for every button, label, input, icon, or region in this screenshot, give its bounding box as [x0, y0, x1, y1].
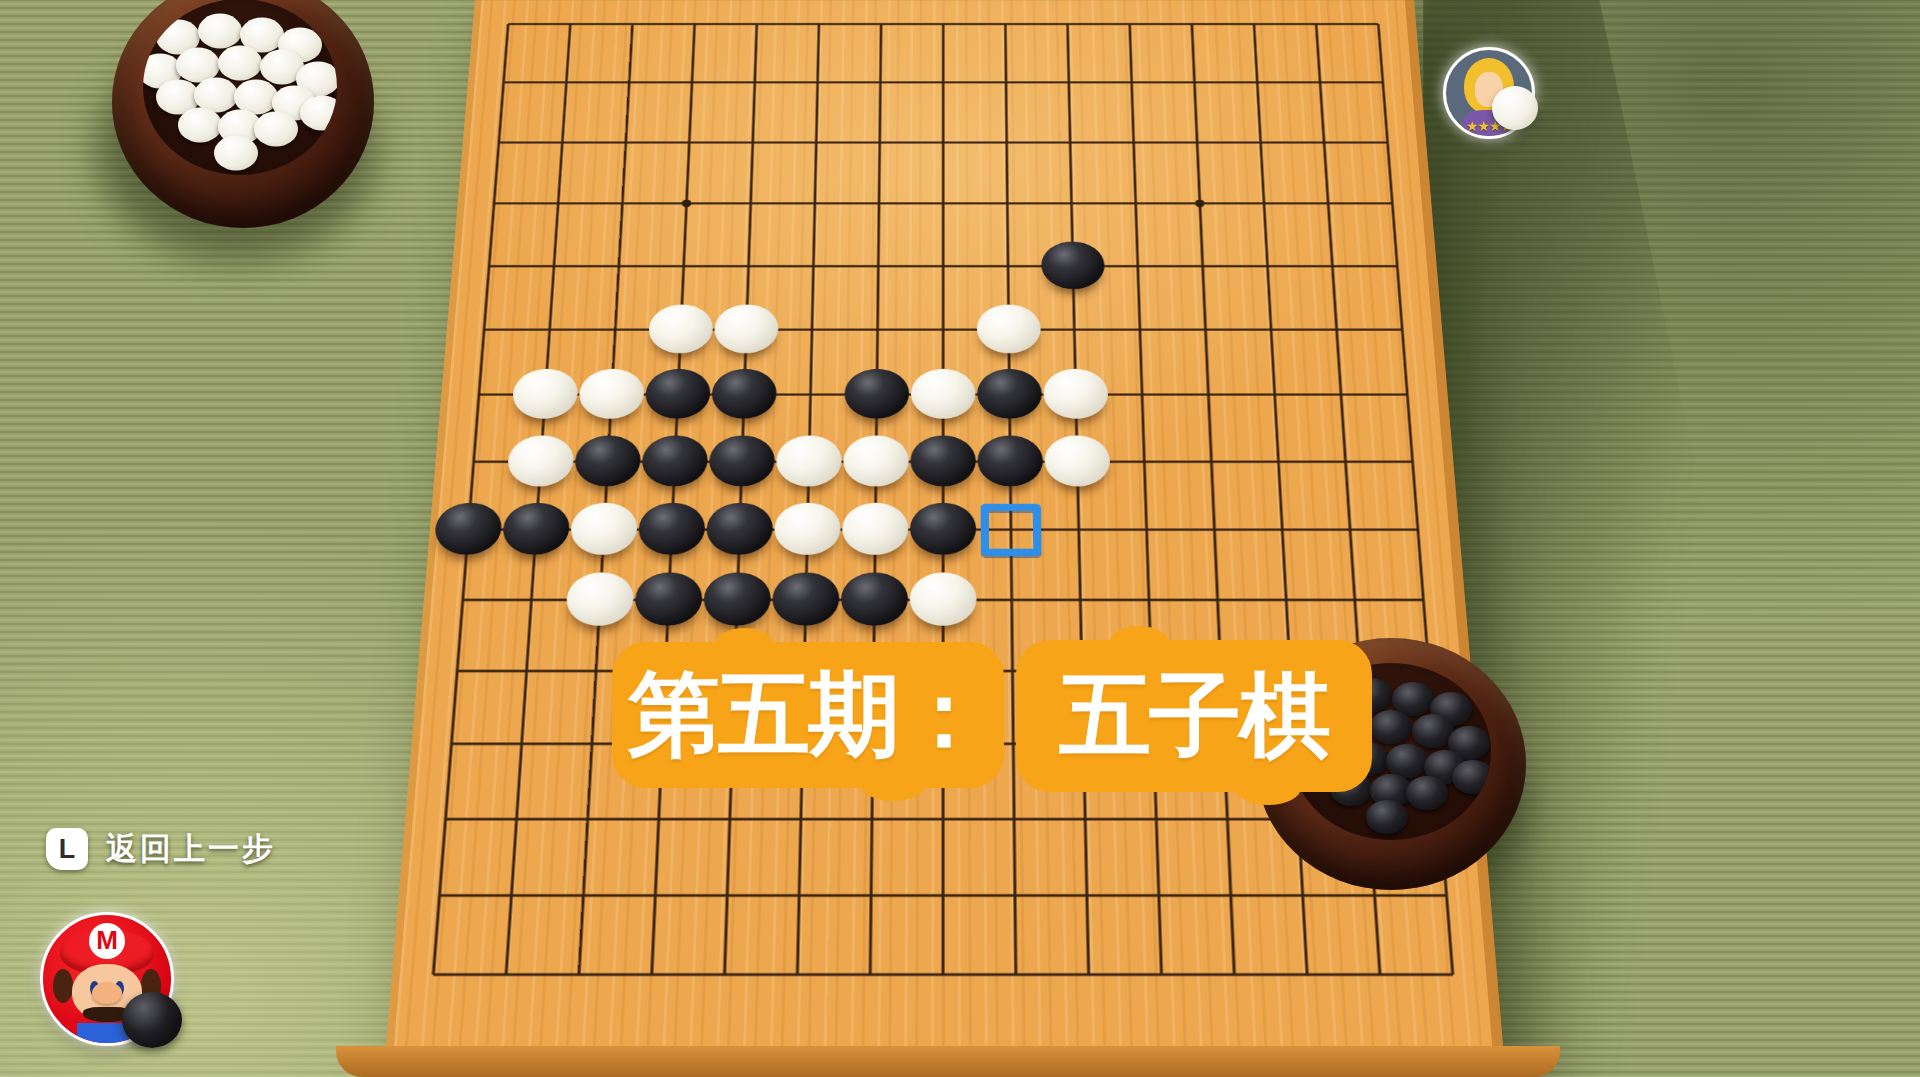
- black-stone: [706, 503, 774, 555]
- white-stone: [569, 503, 638, 555]
- grid-vertical-line: [1191, 24, 1236, 974]
- white-stone: [1043, 369, 1109, 419]
- black-stone: [910, 435, 976, 486]
- white-bowl-stone: [214, 135, 258, 170]
- episode-banner-right: 五子棋: [1016, 640, 1372, 792]
- black-stone: [841, 572, 908, 625]
- grid-vertical-line: [650, 24, 696, 974]
- black-stone: [638, 503, 706, 555]
- black-stone: [844, 369, 909, 419]
- grid-vertical-line: [505, 24, 572, 974]
- grid-horizontal-line: [433, 973, 1453, 976]
- white-stone: [714, 304, 779, 353]
- placement-cursor[interactable]: [981, 504, 1042, 556]
- white-stone: [774, 503, 841, 555]
- mario-hair-left: [53, 969, 73, 1003]
- cursor-corner-tl: [981, 504, 1011, 530]
- white-stone: [648, 304, 714, 353]
- black-player-stone-icon: [122, 992, 182, 1048]
- white-stone: [910, 572, 977, 625]
- undo-hint[interactable]: L 返回上一步: [46, 828, 276, 870]
- black-stone: [501, 503, 571, 555]
- black-stone: [634, 572, 703, 625]
- white-stone: [578, 369, 645, 419]
- grid-vertical-line: [1066, 24, 1090, 974]
- banner-text-episode: 第五期：: [628, 653, 988, 777]
- l-button-icon[interactable]: L: [46, 828, 88, 870]
- grid-vertical-line: [432, 24, 510, 974]
- white-stone: [565, 572, 635, 625]
- black-stone: [641, 435, 709, 486]
- black-stone: [574, 435, 642, 486]
- white-stone: [506, 435, 575, 486]
- gomoku-board[interactable]: [383, 0, 1506, 1077]
- black-stone: [644, 369, 711, 419]
- black-stone: [977, 369, 1042, 419]
- black-bowl-stone: [1406, 776, 1448, 810]
- black-bowl-stone: [1452, 760, 1491, 794]
- black-bowl-stone: [1386, 744, 1428, 778]
- black-stone: [703, 572, 772, 625]
- white-stone: [843, 435, 909, 486]
- cursor-corner-bl: [981, 530, 1012, 556]
- white-stone: [842, 503, 909, 555]
- black-stone: [708, 435, 775, 486]
- mario-cap-emblem: M: [89, 923, 125, 959]
- white-stone: [1044, 435, 1110, 486]
- black-bowl-stone: [1366, 800, 1408, 834]
- cursor-corner-br: [1011, 530, 1042, 556]
- board-front-face: [336, 1046, 1560, 1077]
- episode-banner-left: 第五期：: [612, 642, 1004, 788]
- grid-vertical-line: [1128, 24, 1163, 974]
- black-stone: [910, 503, 976, 555]
- grid-horizontal-line: [439, 894, 1446, 897]
- black-stone: [1041, 241, 1105, 289]
- white-stone: [911, 369, 976, 419]
- white-stone-heap: [143, 0, 337, 175]
- grid-vertical-line: [869, 24, 883, 974]
- star-point: [1195, 200, 1205, 208]
- white-bowl-stone: [218, 45, 262, 80]
- white-bowl-stone: [254, 111, 298, 146]
- game-scene: 第五期： 五子棋 L 返回上一步 ★★★★ M: [0, 0, 1920, 1077]
- grid-vertical-line: [577, 24, 633, 974]
- black-stone: [977, 435, 1043, 486]
- black-stone: [433, 503, 503, 555]
- grid-vertical-line: [723, 24, 758, 974]
- grid-vertical-line: [1004, 24, 1017, 974]
- star-point: [682, 200, 692, 208]
- mario-nose: [92, 982, 122, 1004]
- grid-vertical-line: [942, 24, 945, 974]
- white-player-stone-icon: [1492, 86, 1538, 130]
- black-stone: [772, 572, 840, 625]
- undo-hint-label: 返回上一步: [106, 828, 276, 870]
- white-bowl-stone: [178, 107, 222, 142]
- mario-shirt-left: [61, 1023, 77, 1037]
- banner-text-game: 五子棋: [1059, 654, 1329, 778]
- white-stone: [977, 304, 1041, 353]
- black-bowl-stone: [1370, 710, 1412, 744]
- grid-vertical-line: [796, 24, 820, 974]
- black-stone: [711, 369, 777, 419]
- cursor-corner-tr: [1011, 504, 1042, 530]
- white-bowl-stone: [300, 95, 337, 130]
- white-stone: [511, 369, 579, 419]
- white-bowl-stone: [198, 13, 242, 48]
- white-stone: [776, 435, 842, 486]
